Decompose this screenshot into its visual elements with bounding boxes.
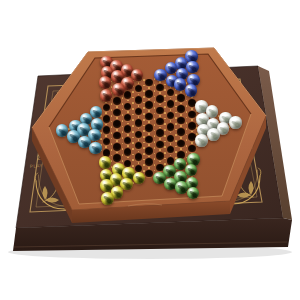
scene-background: 2 PLAY xyxy=(0,0,300,300)
product-photo-chinese-checkers: 2 PLAY xyxy=(0,0,300,300)
board xyxy=(32,48,266,223)
box-side-text-line2: PLAY xyxy=(30,163,43,169)
